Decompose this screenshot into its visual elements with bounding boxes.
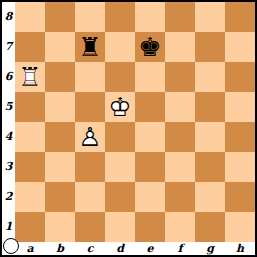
rank-labels: 87654321 [2, 2, 15, 242]
square-b6[interactable] [45, 62, 75, 92]
square-e5[interactable] [135, 92, 165, 122]
square-h2[interactable] [225, 182, 255, 212]
square-b7[interactable] [45, 32, 75, 62]
square-f4[interactable] [165, 122, 195, 152]
square-a8[interactable] [15, 2, 45, 32]
square-a2[interactable] [15, 182, 45, 212]
white-to-move-indicator [3, 238, 19, 254]
square-a3[interactable] [15, 152, 45, 182]
square-e6[interactable] [135, 62, 165, 92]
square-c8[interactable] [75, 2, 105, 32]
file-label-a: a [15, 242, 45, 255]
square-f7[interactable] [165, 32, 195, 62]
square-e2[interactable] [135, 182, 165, 212]
square-e1[interactable] [135, 212, 165, 242]
white-pawn[interactable]: ♟♙ [75, 122, 105, 152]
square-h5[interactable] [225, 92, 255, 122]
chess-diagram: ♜♚♜♖♚♔♟♙ 87654321 abcdefgh [0, 0, 257, 257]
rank-label-8: 8 [2, 2, 15, 32]
square-c6[interactable] [75, 62, 105, 92]
square-g8[interactable] [195, 2, 225, 32]
file-label-e: e [135, 242, 165, 255]
file-label-b: b [45, 242, 75, 255]
square-f1[interactable] [165, 212, 195, 242]
black-king-glyph: ♚ [135, 32, 165, 62]
square-e7[interactable]: ♚ [135, 32, 165, 62]
square-d7[interactable] [105, 32, 135, 62]
file-label-d: d [105, 242, 135, 255]
square-g3[interactable] [195, 152, 225, 182]
square-c3[interactable] [75, 152, 105, 182]
square-h8[interactable] [225, 2, 255, 32]
square-c7[interactable]: ♜ [75, 32, 105, 62]
square-g6[interactable] [195, 62, 225, 92]
square-f8[interactable] [165, 2, 195, 32]
square-g5[interactable] [195, 92, 225, 122]
white-king-glyph: ♔ [105, 92, 135, 122]
chess-board: ♜♚♜♖♚♔♟♙ [15, 2, 255, 242]
square-a6[interactable]: ♜♖ [15, 62, 45, 92]
file-labels: abcdefgh [15, 242, 255, 255]
square-g4[interactable] [195, 122, 225, 152]
square-g2[interactable] [195, 182, 225, 212]
square-e3[interactable] [135, 152, 165, 182]
square-g7[interactable] [195, 32, 225, 62]
white-king[interactable]: ♚♔ [105, 92, 135, 122]
square-h1[interactable] [225, 212, 255, 242]
square-f5[interactable] [165, 92, 195, 122]
black-rook-glyph: ♜ [75, 32, 105, 62]
square-b3[interactable] [45, 152, 75, 182]
square-e4[interactable] [135, 122, 165, 152]
square-f2[interactable] [165, 182, 195, 212]
rank-label-4: 4 [2, 122, 15, 152]
square-d4[interactable] [105, 122, 135, 152]
file-label-h: h [225, 242, 255, 255]
square-b4[interactable] [45, 122, 75, 152]
rank-label-6: 6 [2, 62, 15, 92]
square-f6[interactable] [165, 62, 195, 92]
square-d5[interactable]: ♚♔ [105, 92, 135, 122]
square-a4[interactable] [15, 122, 45, 152]
square-h6[interactable] [225, 62, 255, 92]
square-b8[interactable] [45, 2, 75, 32]
black-king[interactable]: ♚ [135, 32, 165, 62]
square-d6[interactable] [105, 62, 135, 92]
square-h7[interactable] [225, 32, 255, 62]
white-rook-glyph: ♖ [15, 62, 45, 92]
square-c2[interactable] [75, 182, 105, 212]
square-a1[interactable] [15, 212, 45, 242]
square-c5[interactable] [75, 92, 105, 122]
square-c4[interactable]: ♟♙ [75, 122, 105, 152]
square-h3[interactable] [225, 152, 255, 182]
rank-label-5: 5 [2, 92, 15, 122]
square-e8[interactable] [135, 2, 165, 32]
file-label-g: g [195, 242, 225, 255]
square-d3[interactable] [105, 152, 135, 182]
file-label-f: f [165, 242, 195, 255]
file-label-c: c [75, 242, 105, 255]
square-a7[interactable] [15, 32, 45, 62]
square-g1[interactable] [195, 212, 225, 242]
black-rook[interactable]: ♜ [75, 32, 105, 62]
square-h4[interactable] [225, 122, 255, 152]
white-pawn-glyph: ♙ [75, 122, 105, 152]
rank-label-3: 3 [2, 152, 15, 182]
square-d8[interactable] [105, 2, 135, 32]
square-d1[interactable] [105, 212, 135, 242]
white-rook[interactable]: ♜♖ [15, 62, 45, 92]
square-a5[interactable] [15, 92, 45, 122]
square-b1[interactable] [45, 212, 75, 242]
square-f3[interactable] [165, 152, 195, 182]
square-b5[interactable] [45, 92, 75, 122]
square-b2[interactable] [45, 182, 75, 212]
rank-label-7: 7 [2, 32, 15, 62]
rank-label-2: 2 [2, 182, 15, 212]
square-d2[interactable] [105, 182, 135, 212]
square-c1[interactable] [75, 212, 105, 242]
